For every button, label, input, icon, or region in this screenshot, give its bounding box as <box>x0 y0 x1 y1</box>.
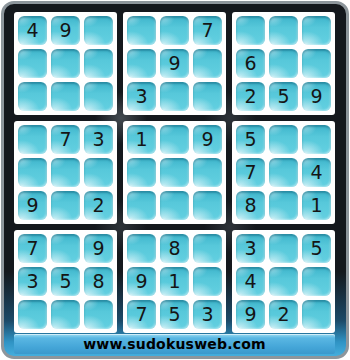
cell-r5c7[interactable]: 7 <box>236 158 265 187</box>
cell-r1c2[interactable]: 9 <box>51 16 80 45</box>
cell-r2c2[interactable] <box>51 49 80 78</box>
cell-r8c7[interactable]: 4 <box>236 267 265 296</box>
box-2: 793 <box>123 12 226 115</box>
cell-r3c4[interactable]: 3 <box>127 82 156 111</box>
cell-r8c6[interactable] <box>193 267 222 296</box>
cell-r2c9[interactable] <box>302 49 331 78</box>
cell-r1c5[interactable] <box>160 16 189 45</box>
cell-r8c9[interactable] <box>302 267 331 296</box>
sudoku-grid: 497936259739219574817935889175335492 <box>14 12 335 333</box>
box-3: 6259 <box>232 12 335 115</box>
cell-r3c1[interactable] <box>18 82 47 111</box>
cell-r7c9[interactable]: 5 <box>302 234 331 263</box>
cell-r4c3[interactable]: 3 <box>84 125 113 154</box>
cell-r7c5[interactable]: 8 <box>160 234 189 263</box>
cell-r9c9[interactable] <box>302 300 331 329</box>
cell-r1c8[interactable] <box>269 16 298 45</box>
cell-r7c1[interactable]: 7 <box>18 234 47 263</box>
cell-r2c5[interactable]: 9 <box>160 49 189 78</box>
cell-r1c1[interactable]: 4 <box>18 16 47 45</box>
cell-r2c4[interactable] <box>127 49 156 78</box>
cell-r5c2[interactable] <box>51 158 80 187</box>
cell-r6c6[interactable] <box>193 191 222 220</box>
cell-r7c4[interactable] <box>127 234 156 263</box>
cell-r5c5[interactable] <box>160 158 189 187</box>
footer-bar: www.sudokusweb.com <box>14 334 335 354</box>
cell-r4c5[interactable] <box>160 125 189 154</box>
cell-r6c9[interactable]: 1 <box>302 191 331 220</box>
cell-r1c6[interactable]: 7 <box>193 16 222 45</box>
sudoku-widget: 497936259739219574817935889175335492 www… <box>1 1 349 359</box>
cell-r8c3[interactable]: 8 <box>84 267 113 296</box>
cell-r6c5[interactable] <box>160 191 189 220</box>
cell-r2c6[interactable] <box>193 49 222 78</box>
cell-r9c1[interactable] <box>18 300 47 329</box>
cell-r1c3[interactable] <box>84 16 113 45</box>
cell-r1c4[interactable] <box>127 16 156 45</box>
cell-r3c7[interactable]: 2 <box>236 82 265 111</box>
footer-url[interactable]: www.sudokusweb.com <box>83 336 266 352</box>
cell-r3c2[interactable] <box>51 82 80 111</box>
cell-r5c8[interactable] <box>269 158 298 187</box>
cell-r6c4[interactable] <box>127 191 156 220</box>
cell-r2c1[interactable] <box>18 49 47 78</box>
cell-r9c3[interactable] <box>84 300 113 329</box>
cell-r9c5[interactable]: 5 <box>160 300 189 329</box>
cell-r8c4[interactable]: 9 <box>127 267 156 296</box>
cell-r4c7[interactable]: 5 <box>236 125 265 154</box>
cell-r5c6[interactable] <box>193 158 222 187</box>
cell-r4c4[interactable]: 1 <box>127 125 156 154</box>
cell-r6c3[interactable]: 2 <box>84 191 113 220</box>
box-9: 35492 <box>232 230 335 333</box>
cell-r8c5[interactable]: 1 <box>160 267 189 296</box>
cell-r5c1[interactable] <box>18 158 47 187</box>
cell-r1c7[interactable] <box>236 16 265 45</box>
cell-r9c6[interactable]: 3 <box>193 300 222 329</box>
box-5: 19 <box>123 121 226 224</box>
box-7: 79358 <box>14 230 117 333</box>
cell-r6c8[interactable] <box>269 191 298 220</box>
cell-r3c5[interactable] <box>160 82 189 111</box>
cell-r4c9[interactable] <box>302 125 331 154</box>
cell-r4c6[interactable]: 9 <box>193 125 222 154</box>
cell-r6c7[interactable]: 8 <box>236 191 265 220</box>
cell-r8c2[interactable]: 5 <box>51 267 80 296</box>
cell-r6c2[interactable] <box>51 191 80 220</box>
cell-r2c7[interactable]: 6 <box>236 49 265 78</box>
cell-r7c6[interactable] <box>193 234 222 263</box>
cell-r5c4[interactable] <box>127 158 156 187</box>
cell-r4c1[interactable] <box>18 125 47 154</box>
cell-r7c3[interactable]: 9 <box>84 234 113 263</box>
box-4: 7392 <box>14 121 117 224</box>
cell-r2c8[interactable] <box>269 49 298 78</box>
cell-r9c4[interactable]: 7 <box>127 300 156 329</box>
cell-r6c1[interactable]: 9 <box>18 191 47 220</box>
cell-r5c9[interactable]: 4 <box>302 158 331 187</box>
cell-r2c3[interactable] <box>84 49 113 78</box>
box-1: 49 <box>14 12 117 115</box>
cell-r8c1[interactable]: 3 <box>18 267 47 296</box>
cell-r5c3[interactable] <box>84 158 113 187</box>
cell-r4c8[interactable] <box>269 125 298 154</box>
box-8: 891753 <box>123 230 226 333</box>
cell-r3c3[interactable] <box>84 82 113 111</box>
cell-r7c7[interactable]: 3 <box>236 234 265 263</box>
box-6: 57481 <box>232 121 335 224</box>
cell-r7c2[interactable] <box>51 234 80 263</box>
cell-r9c8[interactable]: 2 <box>269 300 298 329</box>
cell-r3c6[interactable] <box>193 82 222 111</box>
cell-r4c2[interactable]: 7 <box>51 125 80 154</box>
cell-r3c8[interactable]: 5 <box>269 82 298 111</box>
cell-r9c7[interactable]: 9 <box>236 300 265 329</box>
cell-r8c8[interactable] <box>269 267 298 296</box>
cell-r1c9[interactable] <box>302 16 331 45</box>
cell-r7c8[interactable] <box>269 234 298 263</box>
cell-r3c9[interactable]: 9 <box>302 82 331 111</box>
cell-r9c2[interactable] <box>51 300 80 329</box>
